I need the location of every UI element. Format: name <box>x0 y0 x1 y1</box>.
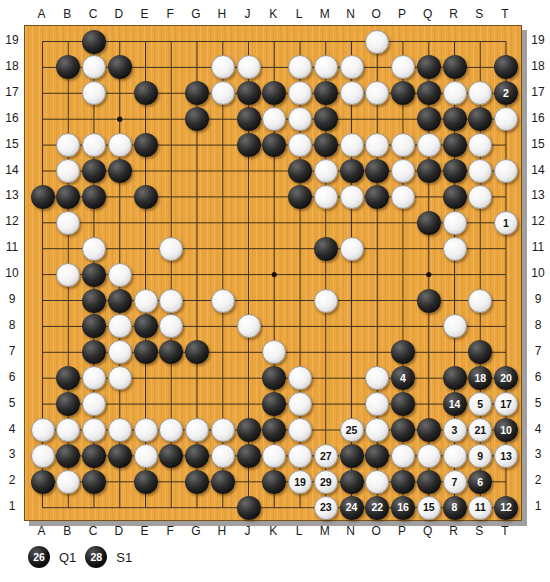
black-stone-N3 <box>340 444 364 468</box>
white-stone-L5 <box>288 392 312 416</box>
white-stone-E3 <box>134 444 158 468</box>
white-stone-K3 <box>262 444 286 468</box>
white-stone-H4 <box>211 418 235 442</box>
move-caption: 26 Q1 28 S1 <box>28 543 132 571</box>
black-stone-Q12 <box>417 211 441 235</box>
black-stone-R5-move-14: 14 <box>443 392 467 416</box>
row-label-left-7: 7 <box>2 344 22 358</box>
black-stone-C13 <box>82 185 106 209</box>
col-label-top-H: H <box>211 7 233 21</box>
white-stone-Q15 <box>417 133 441 157</box>
white-stone-L6 <box>288 366 312 390</box>
white-stone-H3 <box>211 444 235 468</box>
black-stone-F3 <box>159 444 183 468</box>
black-stone-C3 <box>82 444 106 468</box>
col-label-bottom-L: L <box>288 524 310 538</box>
row-label-left-13: 13 <box>2 188 22 202</box>
black-stone-M17 <box>314 81 338 105</box>
white-stone-R3 <box>443 444 467 468</box>
white-stone-T5-move-17: 17 <box>494 392 518 416</box>
white-stone-P3 <box>391 444 415 468</box>
black-stone-J1 <box>237 496 261 520</box>
white-stone-A3 <box>31 444 55 468</box>
white-stone-C15 <box>82 133 106 157</box>
row-label-right-16: 16 <box>528 111 548 125</box>
black-stone-Q4 <box>417 418 441 442</box>
white-stone-S1-move-11: 11 <box>468 496 492 520</box>
black-stone-P4 <box>391 418 415 442</box>
black-stone-B3 <box>56 444 80 468</box>
white-stone-N11 <box>340 237 364 261</box>
row-label-right-15: 15 <box>528 137 548 151</box>
star-point-D16 <box>117 117 122 122</box>
white-stone-D4 <box>108 418 132 442</box>
black-stone-C10 <box>82 263 106 287</box>
row-label-left-4: 4 <box>2 422 22 436</box>
white-stone-D7 <box>108 340 132 364</box>
black-stone-P2 <box>391 470 415 494</box>
caption-stone-28: 28 <box>85 546 107 568</box>
black-stone-E17 <box>134 81 158 105</box>
col-label-top-K: K <box>262 7 284 21</box>
black-stone-J4 <box>237 418 261 442</box>
white-stone-M13 <box>314 185 338 209</box>
white-stone-J8 <box>237 314 261 338</box>
black-stone-E7 <box>134 340 158 364</box>
black-stone-Q14 <box>417 159 441 183</box>
white-stone-N4-move-25: 25 <box>340 418 364 442</box>
black-stone-R1-move-8: 8 <box>443 496 467 520</box>
col-label-bottom-B: B <box>56 524 78 538</box>
black-stone-Q9 <box>417 289 441 313</box>
white-stone-B2 <box>56 470 80 494</box>
black-stone-H2 <box>211 470 235 494</box>
row-label-left-8: 8 <box>2 318 22 332</box>
row-label-right-8: 8 <box>528 318 548 332</box>
row-label-right-3: 3 <box>528 447 548 461</box>
star-point-Q10 <box>426 272 431 277</box>
white-stone-H17 <box>211 81 235 105</box>
row-label-left-15: 15 <box>2 137 22 151</box>
white-stone-O2 <box>365 470 389 494</box>
white-stone-D15 <box>108 133 132 157</box>
row-label-right-10: 10 <box>528 266 548 280</box>
white-stone-N18 <box>340 55 364 79</box>
black-stone-R6 <box>443 366 467 390</box>
black-stone-E2 <box>134 470 158 494</box>
white-stone-B12 <box>56 211 80 235</box>
black-stone-G2 <box>185 470 209 494</box>
col-label-bottom-J: J <box>237 524 259 538</box>
black-stone-E8 <box>134 314 158 338</box>
col-label-top-T: T <box>494 7 516 21</box>
black-stone-P5 <box>391 392 415 416</box>
black-stone-J17 <box>237 81 261 105</box>
col-label-top-E: E <box>134 7 156 21</box>
white-stone-D10 <box>108 263 132 287</box>
col-label-bottom-K: K <box>262 524 284 538</box>
black-stone-B13 <box>56 185 80 209</box>
black-stone-N14 <box>340 159 364 183</box>
black-stone-Q18 <box>417 55 441 79</box>
white-stone-C5 <box>82 392 106 416</box>
col-label-top-C: C <box>82 7 104 21</box>
col-label-bottom-E: E <box>134 524 156 538</box>
black-stone-L14 <box>288 159 312 183</box>
white-stone-C4 <box>82 418 106 442</box>
row-label-right-14: 14 <box>528 163 548 177</box>
black-stone-T6-move-20: 20 <box>494 366 518 390</box>
col-label-top-M: M <box>314 7 336 21</box>
white-stone-Q1-move-15: 15 <box>417 496 441 520</box>
black-stone-J16 <box>237 107 261 131</box>
black-stone-G16 <box>185 107 209 131</box>
black-stone-R18 <box>443 55 467 79</box>
row-label-left-10: 10 <box>2 266 22 280</box>
white-stone-F9 <box>159 289 183 313</box>
black-stone-C19 <box>82 30 106 54</box>
white-stone-N17 <box>340 81 364 105</box>
black-stone-O3 <box>365 444 389 468</box>
black-stone-C14 <box>82 159 106 183</box>
white-stone-R4-move-3: 3 <box>443 418 467 442</box>
white-stone-H9 <box>211 289 235 313</box>
col-label-top-N: N <box>340 7 362 21</box>
white-stone-R11 <box>443 237 467 261</box>
col-label-bottom-M: M <box>314 524 336 538</box>
white-stone-R17 <box>443 81 467 105</box>
row-label-left-18: 18 <box>2 59 22 73</box>
caption-coord-s1: S1 <box>116 550 132 565</box>
white-stone-L4 <box>288 418 312 442</box>
white-stone-F11 <box>159 237 183 261</box>
row-label-right-1: 1 <box>528 499 548 513</box>
black-stone-C2 <box>82 470 106 494</box>
white-stone-D6 <box>108 366 132 390</box>
black-stone-M11 <box>314 237 338 261</box>
row-label-right-6: 6 <box>528 370 548 384</box>
black-stone-E13 <box>134 185 158 209</box>
row-label-left-14: 14 <box>2 163 22 177</box>
black-stone-S2-move-6: 6 <box>468 470 492 494</box>
black-stone-D9 <box>108 289 132 313</box>
row-label-left-1: 1 <box>2 499 22 513</box>
white-stone-P13 <box>391 185 415 209</box>
col-label-bottom-D: D <box>108 524 130 538</box>
star-point-K10 <box>272 272 277 277</box>
black-stone-N2 <box>340 470 364 494</box>
col-label-top-D: D <box>108 7 130 21</box>
white-stone-S3-move-9: 9 <box>468 444 492 468</box>
black-stone-P1-move-16: 16 <box>391 496 415 520</box>
black-stone-D18 <box>108 55 132 79</box>
row-label-left-3: 3 <box>2 447 22 461</box>
white-stone-M18 <box>314 55 338 79</box>
col-label-top-P: P <box>391 7 413 21</box>
white-stone-E9 <box>134 289 158 313</box>
black-stone-O1-move-22: 22 <box>365 496 389 520</box>
white-stone-E4 <box>134 418 158 442</box>
col-label-bottom-O: O <box>365 524 387 538</box>
black-stone-R13 <box>443 185 467 209</box>
white-stone-B10 <box>56 263 80 287</box>
black-stone-J3 <box>237 444 261 468</box>
col-label-top-F: F <box>159 7 181 21</box>
go-board: 2141820145172532110279131929762324221615… <box>24 25 522 521</box>
white-stone-C6 <box>82 366 106 390</box>
row-label-left-5: 5 <box>2 396 22 410</box>
col-label-bottom-H: H <box>211 524 233 538</box>
col-label-bottom-R: R <box>443 524 465 538</box>
black-stone-M15 <box>314 133 338 157</box>
col-label-top-B: B <box>56 7 78 21</box>
col-label-bottom-Q: Q <box>417 524 439 538</box>
white-stone-L2-move-19: 19 <box>288 470 312 494</box>
white-stone-L3 <box>288 444 312 468</box>
black-stone-C9 <box>82 289 106 313</box>
black-stone-J15 <box>237 133 261 157</box>
black-stone-Q17 <box>417 81 441 105</box>
black-stone-N1-move-24: 24 <box>340 496 364 520</box>
white-stone-Q3 <box>417 444 441 468</box>
col-label-top-O: O <box>365 7 387 21</box>
black-stone-R15 <box>443 133 467 157</box>
row-label-left-11: 11 <box>2 240 22 254</box>
black-stone-T1-move-12: 12 <box>494 496 518 520</box>
go-kifu-diagram: 2141820145172532110279131929762324221615… <box>0 0 550 582</box>
row-label-right-12: 12 <box>528 214 548 228</box>
row-label-left-12: 12 <box>2 214 22 228</box>
black-stone-A2 <box>31 470 55 494</box>
col-label-bottom-A: A <box>31 524 53 538</box>
row-label-right-19: 19 <box>528 33 548 47</box>
white-stone-M3-move-27: 27 <box>314 444 338 468</box>
col-label-top-G: G <box>185 7 207 21</box>
row-label-right-17: 17 <box>528 85 548 99</box>
white-stone-J18 <box>237 55 261 79</box>
white-stone-M2-move-29: 29 <box>314 470 338 494</box>
white-stone-O19 <box>365 30 389 54</box>
black-stone-L13 <box>288 185 312 209</box>
white-stone-T16 <box>494 107 518 131</box>
black-stone-R16 <box>443 107 467 131</box>
row-label-right-2: 2 <box>528 473 548 487</box>
col-label-bottom-G: G <box>185 524 207 538</box>
col-label-top-R: R <box>443 7 465 21</box>
black-stone-Q16 <box>417 107 441 131</box>
black-stone-K2 <box>262 470 286 494</box>
white-stone-D8 <box>108 314 132 338</box>
row-label-left-19: 19 <box>2 33 22 47</box>
row-label-right-4: 4 <box>528 422 548 436</box>
black-stone-E15 <box>134 133 158 157</box>
black-stone-M16 <box>314 107 338 131</box>
black-stone-P6-move-4: 4 <box>391 366 415 390</box>
white-stone-H18 <box>211 55 235 79</box>
col-label-top-L: L <box>288 7 310 21</box>
col-label-bottom-N: N <box>340 524 362 538</box>
caption-stone-26: 26 <box>28 546 50 568</box>
black-stone-R14 <box>443 159 467 183</box>
black-stone-G3 <box>185 444 209 468</box>
col-label-top-Q: Q <box>417 7 439 21</box>
row-label-right-9: 9 <box>528 292 548 306</box>
white-stone-N15 <box>340 133 364 157</box>
white-stone-S9 <box>468 289 492 313</box>
white-stone-P15 <box>391 133 415 157</box>
row-label-left-16: 16 <box>2 111 22 125</box>
white-stone-C11 <box>82 237 106 261</box>
row-label-left-2: 2 <box>2 473 22 487</box>
row-label-right-7: 7 <box>528 344 548 358</box>
white-stone-M14 <box>314 159 338 183</box>
row-label-left-17: 17 <box>2 85 22 99</box>
black-stone-D3 <box>108 444 132 468</box>
white-stone-T3-move-13: 13 <box>494 444 518 468</box>
col-label-bottom-P: P <box>391 524 413 538</box>
white-stone-R8 <box>443 314 467 338</box>
row-label-right-5: 5 <box>528 396 548 410</box>
col-label-bottom-C: C <box>82 524 104 538</box>
col-label-bottom-S: S <box>468 524 490 538</box>
caption-coord-q1: Q1 <box>59 550 76 565</box>
row-label-right-13: 13 <box>528 188 548 202</box>
col-label-top-S: S <box>468 7 490 21</box>
row-label-right-11: 11 <box>528 240 548 254</box>
row-label-left-6: 6 <box>2 370 22 384</box>
black-stone-D14 <box>108 159 132 183</box>
white-stone-T14 <box>494 159 518 183</box>
white-stone-S13 <box>468 185 492 209</box>
black-stone-T4-move-10: 10 <box>494 418 518 442</box>
white-stone-M9 <box>314 289 338 313</box>
white-stone-A4 <box>31 418 55 442</box>
white-stone-L15 <box>288 133 312 157</box>
white-stone-L16 <box>288 107 312 131</box>
col-label-bottom-F: F <box>159 524 181 538</box>
row-label-left-9: 9 <box>2 292 22 306</box>
white-stone-P14 <box>391 159 415 183</box>
col-label-bottom-T: T <box>494 524 516 538</box>
black-stone-O13 <box>365 185 389 209</box>
black-stone-Q2 <box>417 470 441 494</box>
col-label-top-J: J <box>237 7 259 21</box>
col-label-top-A: A <box>31 7 53 21</box>
black-stone-A13 <box>31 185 55 209</box>
white-stone-N13 <box>340 185 364 209</box>
white-stone-R2-move-7: 7 <box>443 470 467 494</box>
row-label-right-18: 18 <box>528 59 548 73</box>
white-stone-G4 <box>185 418 209 442</box>
white-stone-T12-move-1: 1 <box>494 211 518 235</box>
white-stone-R12 <box>443 211 467 235</box>
white-stone-M1-move-23: 23 <box>314 496 338 520</box>
